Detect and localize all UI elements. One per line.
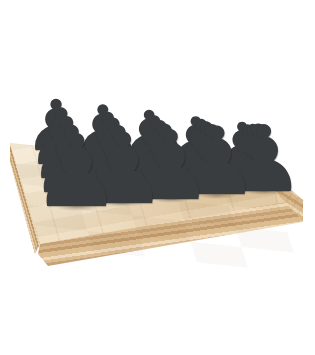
product-scene: ♟♟♟♟♟♟♟♟♟♟♟♟♟♟♟♟♟♟♟♟♟♟♟♟♟	[0, 0, 315, 355]
pawn-layer: ♟♟♟♟♟♟♟♟♟♟♟♟♟♟♟♟♟♟♟♟♟♟♟♟♟	[0, 0, 315, 355]
pawn: ♟	[27, 131, 127, 213]
